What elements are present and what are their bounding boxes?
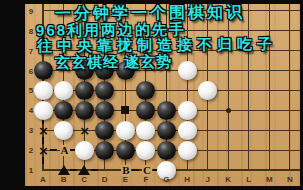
black-stone	[54, 101, 73, 120]
column-coordinate-label: K	[225, 175, 231, 184]
row-coordinate-label: 7	[29, 46, 33, 55]
row-coordinate-label: 8	[29, 26, 33, 35]
column-coordinate-label: L	[246, 175, 251, 184]
annotation-dash	[91, 169, 98, 171]
black-stone	[157, 141, 176, 160]
white-stone	[34, 101, 53, 120]
white-stone	[178, 101, 197, 120]
black-stone	[95, 121, 114, 140]
black-stone	[95, 101, 114, 120]
square-marker	[121, 106, 129, 114]
star-point	[226, 108, 231, 113]
column-coordinate-label: F	[143, 175, 148, 184]
white-stone	[116, 121, 135, 140]
black-stone	[116, 141, 135, 160]
letterbox-top	[0, 0, 303, 4]
grid-vline	[289, 4, 290, 171]
black-stone	[34, 61, 53, 80]
white-stone	[136, 141, 155, 160]
white-stone	[54, 81, 73, 100]
black-stone	[75, 101, 94, 120]
row-coordinate-label: 6	[29, 66, 33, 75]
annotation-dash	[70, 169, 77, 171]
cross-marker: ×	[38, 145, 49, 156]
column-coordinate-label: E	[123, 175, 128, 184]
black-stone	[157, 101, 176, 120]
white-stone	[198, 81, 217, 100]
column-coordinate-label: B	[61, 175, 67, 184]
overlay-title-line4: 玄玄棋经 遂玄势	[55, 52, 172, 72]
white-stone	[178, 61, 197, 80]
row-coordinate-label: 5	[29, 86, 33, 95]
column-coordinate-label: A	[40, 175, 46, 184]
column-coordinate-label: G	[163, 175, 169, 184]
row-coordinate-label: 1	[29, 166, 33, 175]
black-stone	[95, 141, 114, 160]
column-coordinate-label: J	[205, 175, 209, 184]
letterbox-left	[0, 0, 25, 190]
black-stone	[95, 81, 114, 100]
triangle-marker	[58, 165, 70, 175]
letterbox-right	[300, 0, 303, 190]
column-coordinate-label: N	[287, 175, 293, 184]
letterbox-bottom	[0, 186, 303, 190]
white-stone	[178, 121, 197, 140]
grid-vline	[248, 4, 249, 171]
column-coordinate-label: D	[102, 175, 108, 184]
triangle-marker	[78, 165, 90, 175]
row-coordinate-label: 9	[29, 6, 33, 15]
column-coordinate-label: C	[81, 175, 87, 184]
video-frame[interactable]: ×××ABC123456789ABCDEFGHJKLMN 一分钟学一个围棋知识 …	[0, 0, 303, 190]
white-stone	[136, 121, 155, 140]
black-stone	[157, 121, 176, 140]
column-coordinate-label: M	[266, 175, 273, 184]
row-coordinate-label: 4	[29, 106, 33, 115]
grid-vline	[228, 4, 229, 171]
row-coordinate-label: 2	[29, 146, 33, 155]
cross-marker: ×	[38, 125, 49, 136]
white-stone	[54, 121, 73, 140]
white-stone	[178, 141, 197, 160]
white-stone	[34, 81, 53, 100]
row-coordinate-label: 3	[29, 126, 33, 135]
annotation-dash	[132, 169, 139, 171]
annotation-dash	[50, 149, 57, 151]
black-stone	[75, 81, 94, 100]
cross-marker: ×	[79, 125, 90, 136]
white-stone	[75, 141, 94, 160]
letter-marker: A	[60, 145, 70, 156]
grid-vline	[269, 4, 270, 171]
column-coordinate-label: H	[184, 175, 190, 184]
